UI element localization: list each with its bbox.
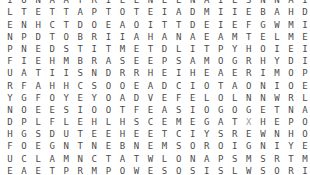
grid-cell[interactable]: M: [87, 165, 101, 175]
grid-cell[interactable]: O: [115, 7, 129, 19]
grid-cell[interactable]: C: [45, 19, 59, 31]
grid-cell[interactable]: B: [115, 141, 129, 153]
grid-cell[interactable]: E: [242, 7, 256, 19]
grid-cell[interactable]: S: [158, 165, 172, 175]
grid-cell[interactable]: B: [73, 31, 87, 43]
grid-cell[interactable]: T: [31, 68, 45, 80]
grid-cell[interactable]: M: [158, 141, 172, 153]
grid-cell[interactable]: I: [87, 43, 101, 55]
grid-cell[interactable]: T: [214, 80, 228, 92]
grid-cell[interactable]: T: [59, 19, 73, 31]
grid-cell[interactable]: I: [186, 80, 200, 92]
grid-cell[interactable]: U: [59, 129, 73, 141]
grid-cell[interactable]: M: [172, 116, 186, 128]
grid-cell[interactable]: A: [200, 0, 214, 7]
grid-cell[interactable]: I: [73, 104, 87, 116]
grid-cell[interactable]: P: [59, 165, 73, 175]
grid-cell[interactable]: R: [242, 56, 256, 68]
grid-cell[interactable]: A: [200, 153, 214, 165]
grid-cell[interactable]: N: [31, 0, 45, 7]
grid-cell[interactable]: O: [214, 141, 228, 153]
grid-cell[interactable]: E: [31, 43, 45, 55]
grid-cell[interactable]: I: [59, 68, 73, 80]
grid-cell[interactable]: O: [87, 104, 101, 116]
grid-cell[interactable]: A: [186, 56, 200, 68]
grid-cell[interactable]: O: [228, 104, 242, 116]
grid-cell[interactable]: T: [242, 31, 256, 43]
grid-cell[interactable]: L: [172, 43, 186, 55]
grid-cell[interactable]: A: [143, 80, 157, 92]
grid-cell[interactable]: R: [115, 68, 129, 80]
grid-cell[interactable]: L: [228, 0, 242, 7]
grid-cell[interactable]: E: [73, 92, 87, 104]
grid-cell[interactable]: E: [31, 104, 45, 116]
grid-cell[interactable]: E: [143, 165, 157, 175]
grid-cell[interactable]: S: [242, 0, 256, 7]
grid-cell[interactable]: H: [143, 68, 157, 80]
grid-cell[interactable]: H: [242, 43, 256, 55]
grid-cell[interactable]: I: [3, 0, 17, 7]
grid-cell[interactable]: O: [17, 104, 31, 116]
grid-cell[interactable]: A: [59, 0, 73, 7]
grid-cell[interactable]: O: [200, 80, 214, 92]
grid-cell[interactable]: D: [129, 92, 143, 104]
grid-cell[interactable]: S: [256, 153, 270, 165]
grid-cell[interactable]: O: [256, 43, 270, 55]
grid-cell[interactable]: D: [186, 7, 200, 19]
grid-cell[interactable]: Y: [284, 141, 298, 153]
grid-cell[interactable]: I: [186, 129, 200, 141]
grid-cell[interactable]: I: [214, 0, 228, 7]
grid-cell[interactable]: R: [73, 165, 87, 175]
grid-cell[interactable]: G: [214, 104, 228, 116]
grid-cell[interactable]: P: [158, 56, 172, 68]
grid-cell[interactable]: T: [270, 104, 284, 116]
grid-cell[interactable]: N: [143, 0, 157, 7]
grid-cell[interactable]: L: [31, 153, 45, 165]
grid-cell[interactable]: C: [172, 80, 186, 92]
grid-cell[interactable]: L: [31, 116, 45, 128]
grid-cell[interactable]: N: [172, 31, 186, 43]
grid-cell[interactable]: R: [3, 80, 17, 92]
grid-cell[interactable]: A: [17, 165, 31, 175]
grid-cell[interactable]: H: [143, 31, 157, 43]
grid-cell[interactable]: E: [101, 19, 115, 31]
grid-cell[interactable]: O: [101, 80, 115, 92]
grid-cell[interactable]: N: [129, 141, 143, 153]
grid-cell[interactable]: U: [3, 68, 17, 80]
grid-cell[interactable]: H: [45, 80, 59, 92]
grid-cell[interactable]: M: [228, 31, 242, 43]
grid-cell[interactable]: I: [143, 19, 157, 31]
grid-cell[interactable]: R: [129, 68, 143, 80]
grid-cell[interactable]: N: [59, 141, 73, 153]
grid-cell[interactable]: G: [17, 129, 31, 141]
grid-cell[interactable]: A: [298, 104, 310, 116]
grid-cell[interactable]: D: [101, 68, 115, 80]
grid-cell[interactable]: E: [256, 104, 270, 116]
grid-cell[interactable]: H: [87, 116, 101, 128]
grid-cell[interactable]: Y: [228, 43, 242, 55]
grid-cell[interactable]: I: [298, 56, 310, 68]
grid-cell[interactable]: T: [101, 153, 115, 165]
grid-cell[interactable]: I: [45, 68, 59, 80]
grid-cell[interactable]: O: [298, 129, 310, 141]
grid-cell[interactable]: A: [115, 153, 129, 165]
grid-cell[interactable]: L: [3, 7, 17, 19]
grid-cell[interactable]: E: [129, 80, 143, 92]
grid-cell[interactable]: D: [158, 43, 172, 55]
grid-cell[interactable]: E: [143, 141, 157, 153]
grid-cell[interactable]: D: [31, 31, 45, 43]
grid-cell[interactable]: R: [200, 141, 214, 153]
grid-cell[interactable]: A: [115, 92, 129, 104]
grid-cell[interactable]: F: [45, 116, 59, 128]
grid-cell[interactable]: H: [186, 68, 200, 80]
grid-cell[interactable]: I: [172, 68, 186, 80]
grid-cell[interactable]: A: [284, 0, 298, 7]
grid-cell[interactable]: S: [172, 141, 186, 153]
grid-cell[interactable]: L: [172, 0, 186, 7]
grid-cell[interactable]: T: [73, 43, 87, 55]
grid-cell[interactable]: H: [115, 129, 129, 141]
grid-cell[interactable]: D: [186, 19, 200, 31]
grid-cell[interactable]: A: [129, 31, 143, 43]
grid-cell[interactable]: L: [270, 31, 284, 43]
grid-cell[interactable]: C: [73, 80, 87, 92]
grid-cell[interactable]: H: [256, 56, 270, 68]
grid-cell[interactable]: E: [200, 68, 214, 80]
grid-cell[interactable]: O: [17, 0, 31, 7]
grid-cell[interactable]: O: [284, 80, 298, 92]
grid-cell[interactable]: E: [228, 68, 242, 80]
grid-cell[interactable]: A: [31, 80, 45, 92]
grid-cell[interactable]: E: [101, 129, 115, 141]
grid-cell[interactable]: T: [45, 31, 59, 43]
grid-cell[interactable]: M: [200, 7, 214, 19]
grid-cell[interactable]: E: [31, 56, 45, 68]
grid-cell[interactable]: E: [31, 7, 45, 19]
grid-cell[interactable]: O: [129, 19, 143, 31]
grid-cell[interactable]: B: [73, 56, 87, 68]
grid-cell[interactable]: P: [214, 43, 228, 55]
grid-cell[interactable]: I: [101, 31, 115, 43]
grid-cell[interactable]: G: [256, 19, 270, 31]
grid-cell[interactable]: E: [186, 92, 200, 104]
grid-cell[interactable]: T: [172, 19, 186, 31]
grid-cell[interactable]: N: [242, 92, 256, 104]
grid-cell[interactable]: Y: [200, 129, 214, 141]
grid-cell[interactable]: P: [298, 68, 310, 80]
grid-cell[interactable]: T: [284, 153, 298, 165]
grid-cell[interactable]: T: [143, 43, 157, 55]
grid-cell[interactable]: L: [228, 165, 242, 175]
grid-cell[interactable]: H: [31, 19, 45, 31]
grid-cell[interactable]: S: [256, 165, 270, 175]
grid-cell[interactable]: S: [87, 80, 101, 92]
grid-cell[interactable]: F: [172, 92, 186, 104]
grid-cell[interactable]: D: [45, 43, 59, 55]
grid-cell[interactable]: N: [270, 0, 284, 7]
grid-cell[interactable]: M: [298, 153, 310, 165]
grid-cell[interactable]: D: [284, 56, 298, 68]
grid-cell[interactable]: R: [284, 92, 298, 104]
grid-cell[interactable]: E: [298, 141, 310, 153]
grid-cell[interactable]: I: [298, 0, 310, 7]
grid-cell[interactable]: H: [256, 116, 270, 128]
grid-cell[interactable]: M: [59, 153, 73, 165]
grid-cell[interactable]: Y: [3, 92, 17, 104]
grid-cell[interactable]: P: [17, 31, 31, 43]
grid-cell[interactable]: O: [270, 165, 284, 175]
grid-cell[interactable]: O: [101, 92, 115, 104]
grid-cell[interactable]: T: [101, 7, 115, 19]
grid-cell[interactable]: O: [298, 116, 310, 128]
grid-cell[interactable]: A: [214, 31, 228, 43]
grid-cell[interactable]: H: [45, 56, 59, 68]
grid-cell[interactable]: S: [73, 68, 87, 80]
grid-cell[interactable]: T: [200, 43, 214, 55]
grid-cell[interactable]: N: [186, 0, 200, 7]
grid-cell[interactable]: S: [172, 56, 186, 68]
grid-cell[interactable]: C: [172, 129, 186, 141]
grid-cell[interactable]: E: [3, 19, 17, 31]
grid-cell[interactable]: N: [3, 31, 17, 43]
grid-cell[interactable]: L: [158, 153, 172, 165]
grid-cell[interactable]: A: [158, 31, 172, 43]
grid-cell[interactable]: M: [270, 68, 284, 80]
grid-cell[interactable]: T: [45, 7, 59, 19]
grid-cell[interactable]: E: [228, 19, 242, 31]
grid-cell[interactable]: L: [228, 92, 242, 104]
grid-cell[interactable]: T: [101, 43, 115, 55]
grid-cell[interactable]: W: [270, 19, 284, 31]
grid-cell[interactable]: E: [31, 141, 45, 153]
grid-cell[interactable]: W: [242, 165, 256, 175]
grid-cell[interactable]: N: [284, 104, 298, 116]
grid-cell[interactable]: F: [31, 92, 45, 104]
grid-cell[interactable]: L: [298, 92, 310, 104]
grid-cell[interactable]: A: [101, 56, 115, 68]
grid-cell[interactable]: N: [87, 68, 101, 80]
grid-cell[interactable]: S: [214, 129, 228, 141]
grid-cell[interactable]: I: [270, 141, 284, 153]
grid-cell[interactable]: N: [73, 153, 87, 165]
grid-cell[interactable]: A: [158, 104, 172, 116]
grid-cell[interactable]: T: [158, 19, 172, 31]
grid-cell[interactable]: A: [172, 7, 186, 19]
grid-cell[interactable]: R: [242, 68, 256, 80]
grid-cell[interactable]: S: [172, 104, 186, 116]
grid-cell[interactable]: I: [214, 19, 228, 31]
grid-cell[interactable]: E: [143, 7, 157, 19]
grid-cell[interactable]: E: [256, 31, 270, 43]
grid-cell[interactable]: O: [115, 80, 129, 92]
grid-cell[interactable]: N: [256, 92, 270, 104]
grid-cell[interactable]: E: [101, 141, 115, 153]
grid-cell[interactable]: A: [270, 7, 284, 19]
grid-cell[interactable]: E: [284, 43, 298, 55]
grid-cell[interactable]: G: [200, 116, 214, 128]
grid-cell[interactable]: T: [158, 129, 172, 141]
grid-cell[interactable]: O: [115, 165, 129, 175]
grid-cell[interactable]: A: [73, 7, 87, 19]
grid-cell[interactable]: N: [256, 141, 270, 153]
grid-cell[interactable]: O: [242, 80, 256, 92]
grid-cell[interactable]: O: [214, 92, 228, 104]
grid-cell[interactable]: O: [284, 68, 298, 80]
grid-cell[interactable]: R: [284, 165, 298, 175]
grid-cell[interactable]: Y: [87, 92, 101, 104]
grid-cell[interactable]: T: [17, 7, 31, 19]
grid-cell[interactable]: S: [214, 165, 228, 175]
grid-cell[interactable]: E: [129, 43, 143, 55]
grid-cell[interactable]: N: [186, 153, 200, 165]
grid-cell[interactable]: R: [228, 129, 242, 141]
grid-cell[interactable]: I: [298, 43, 310, 55]
grid-cell[interactable]: A: [17, 68, 31, 80]
grid-cell[interactable]: N: [17, 19, 31, 31]
grid-cell[interactable]: F: [3, 56, 17, 68]
grid-cell[interactable]: P: [3, 43, 17, 55]
grid-cell[interactable]: E: [158, 68, 172, 80]
grid-cell[interactable]: S: [228, 153, 242, 165]
grid-cell[interactable]: P: [214, 153, 228, 165]
grid-cell[interactable]: T: [73, 129, 87, 141]
grid-cell[interactable]: W: [256, 129, 270, 141]
grid-cell[interactable]: L: [200, 92, 214, 104]
grid-cell[interactable]: E: [3, 165, 17, 175]
grid-cell[interactable]: E: [298, 80, 310, 92]
grid-cell[interactable]: E: [143, 104, 157, 116]
grid-cell[interactable]: R: [270, 153, 284, 165]
grid-cell[interactable]: I: [298, 19, 310, 31]
grid-cell[interactable]: D: [158, 80, 172, 92]
grid-cell[interactable]: I: [298, 165, 310, 175]
grid-cell[interactable]: T: [45, 165, 59, 175]
grid-cell[interactable]: Y: [270, 56, 284, 68]
grid-cell[interactable]: I: [115, 31, 129, 43]
grid-cell[interactable]: S: [115, 56, 129, 68]
grid-cell[interactable]: N: [270, 129, 284, 141]
grid-cell[interactable]: L: [115, 0, 129, 7]
grid-cell[interactable]: M: [59, 56, 73, 68]
grid-cell[interactable]: A: [214, 116, 228, 128]
grid-cell[interactable]: G: [17, 92, 31, 104]
grid-cell[interactable]: F: [129, 104, 143, 116]
grid-cell[interactable]: I: [158, 7, 172, 19]
grid-cell[interactable]: A: [228, 80, 242, 92]
grid-cell[interactable]: C: [17, 153, 31, 165]
grid-cell[interactable]: T: [228, 116, 242, 128]
grid-cell[interactable]: L: [59, 116, 73, 128]
grid-cell[interactable]: E: [129, 129, 143, 141]
grid-cell[interactable]: I: [270, 43, 284, 55]
grid-cell[interactable]: F: [17, 80, 31, 92]
grid-cell[interactable]: G: [242, 141, 256, 153]
grid-cell[interactable]: V: [143, 92, 157, 104]
grid-cell[interactable]: O: [45, 92, 59, 104]
grid-cell[interactable]: E: [31, 165, 45, 175]
grid-cell[interactable]: D: [3, 116, 17, 128]
grid-cell[interactable]: I: [228, 141, 242, 153]
grid-cell[interactable]: Y: [59, 92, 73, 104]
grid-cell[interactable]: M: [200, 56, 214, 68]
grid-cell[interactable]: L: [129, 0, 143, 7]
grid-cell[interactable]: A: [186, 31, 200, 43]
grid-cell[interactable]: F: [242, 19, 256, 31]
grid-cell[interactable]: O: [200, 104, 214, 116]
grid-cell[interactable]: P: [101, 165, 115, 175]
grid-cell[interactable]: O: [87, 19, 101, 31]
grid-cell[interactable]: A: [115, 19, 129, 31]
grid-cell[interactable]: P: [87, 7, 101, 19]
grid-cell[interactable]: H: [3, 129, 17, 141]
grid-cell[interactable]: E: [200, 19, 214, 31]
grid-cell[interactable]: R: [87, 56, 101, 68]
grid-cell[interactable]: S: [129, 116, 143, 128]
grid-cell[interactable]: R: [87, 31, 101, 43]
grid-cell[interactable]: I: [270, 80, 284, 92]
grid-cell[interactable]: H: [115, 116, 129, 128]
grid-cell[interactable]: T: [129, 7, 143, 19]
grid-cell[interactable]: D: [298, 7, 310, 19]
grid-cell[interactable]: M: [284, 31, 298, 43]
grid-cell[interactable]: T: [73, 141, 87, 153]
grid-cell[interactable]: C: [143, 116, 157, 128]
grid-cell[interactable]: N: [87, 141, 101, 153]
grid-cell[interactable]: U: [3, 153, 17, 165]
grid-cell[interactable]: N: [256, 0, 270, 7]
grid-cell[interactable]: N: [3, 104, 17, 116]
grid-cell[interactable]: H: [284, 129, 298, 141]
grid-cell[interactable]: N: [17, 43, 31, 55]
grid-cell[interactable]: G: [45, 141, 59, 153]
grid-cell[interactable]: T: [59, 7, 73, 19]
grid-cell[interactable]: E: [87, 129, 101, 141]
grid-cell[interactable]: D: [73, 19, 87, 31]
grid-cell[interactable]: I: [186, 43, 200, 55]
grid-cell[interactable]: I: [214, 7, 228, 19]
grid-cell[interactable]: E: [186, 116, 200, 128]
grid-cell[interactable]: E: [143, 129, 157, 141]
grid-cell[interactable]: E: [73, 116, 87, 128]
grid-cell[interactable]: O: [186, 141, 200, 153]
grid-cell[interactable]: E: [298, 31, 310, 43]
grid-cell[interactable]: L: [101, 116, 115, 128]
grid-cell[interactable]: S: [59, 43, 73, 55]
grid-cell[interactable]: E: [242, 129, 256, 141]
grid-cell[interactable]: A: [214, 68, 228, 80]
grid-cell[interactable]: O: [101, 104, 115, 116]
grid-cell[interactable]: O: [59, 31, 73, 43]
grid-cell[interactable]: C: [87, 153, 101, 165]
grid-cell[interactable]: L: [158, 0, 172, 7]
grid-cell[interactable]: W: [143, 153, 157, 165]
grid-cell[interactable]: O: [172, 165, 186, 175]
grid-cell[interactable]: O: [17, 141, 31, 153]
grid-cell[interactable]: A: [45, 0, 59, 7]
grid-cell[interactable]: P: [284, 116, 298, 128]
grid-cell[interactable]: H: [59, 80, 73, 92]
grid-cell[interactable]: B: [256, 7, 270, 19]
grid-cell[interactable]: E: [45, 104, 59, 116]
grid-cell[interactable]: S: [59, 104, 73, 116]
grid-cell[interactable]: P: [17, 116, 31, 128]
grid-cell[interactable]: X: [242, 116, 256, 128]
grid-cell[interactable]: I: [256, 68, 270, 80]
grid-cell[interactable]: E: [158, 92, 172, 104]
